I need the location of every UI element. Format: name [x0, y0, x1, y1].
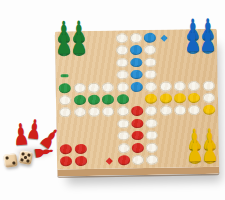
pip-slot	[12, 161, 15, 164]
pip-slot	[26, 159, 29, 162]
wooden-die-1[interactable]	[3, 153, 18, 168]
pawn-red-4[interactable]: ♟	[31, 144, 57, 161]
die-pip	[13, 162, 16, 165]
wooden-die-2[interactable]	[18, 150, 33, 165]
photo-stage: ♟♟♟♟♟♟♟♟♟♟♟♟ ♟♟♟♟	[0, 0, 225, 200]
die-pip	[27, 160, 30, 163]
table-pieces-layer: ♟♟♟♟	[0, 0, 225, 200]
